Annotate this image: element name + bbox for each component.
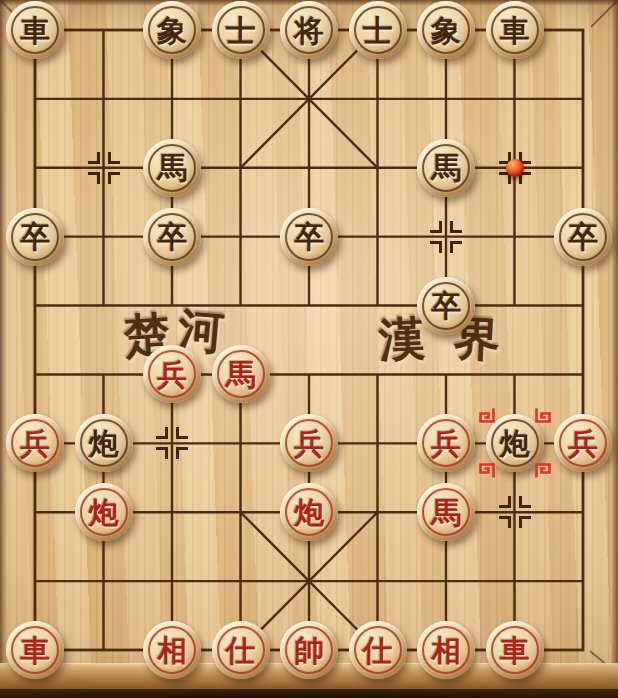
- piece-black-advisor-f1[interactable]: 士: [349, 1, 407, 59]
- selection-corner-ornament: [477, 406, 496, 425]
- piece-glyph: 兵: [294, 429, 324, 459]
- xiangqi-app: { "game": "xiangqi (Chinese chess)", "po…: [0, 0, 618, 698]
- piece-glyph: 将: [294, 16, 324, 46]
- piece-red-cannon-b8[interactable]: 炮: [75, 483, 133, 541]
- piece-black-horse-c3[interactable]: 馬: [143, 139, 201, 197]
- selection-corner-ornament: [533, 406, 552, 425]
- piece-red-chariot-h10[interactable]: 車: [486, 621, 544, 679]
- piece-glyph: 帥: [294, 636, 324, 666]
- piece-red-soldier-g7[interactable]: 兵: [417, 414, 475, 472]
- piece-red-horse-d6[interactable]: 馬: [212, 345, 270, 403]
- piece-black-soldier-c4[interactable]: 卒: [143, 208, 201, 266]
- piece-black-chariot-h1[interactable]: 車: [486, 1, 544, 59]
- piece-black-chariot-a1[interactable]: 車: [6, 1, 64, 59]
- piece-black-horse-g3[interactable]: 馬: [417, 139, 475, 197]
- position-marker-cross: [501, 498, 529, 526]
- position-marker-cross: [90, 154, 118, 182]
- piece-glyph: 象: [431, 16, 461, 46]
- piece-black-general-e1[interactable]: 将: [280, 1, 338, 59]
- piece-red-chariot-a10[interactable]: 車: [6, 621, 64, 679]
- piece-glyph: 炮: [89, 498, 119, 528]
- piece-glyph: 仕: [363, 636, 393, 666]
- piece-glyph: 相: [157, 636, 187, 666]
- piece-glyph: 士: [363, 16, 393, 46]
- piece-red-soldier-i7[interactable]: 兵: [554, 414, 612, 472]
- piece-red-soldier-a7[interactable]: 兵: [6, 414, 64, 472]
- piece-glyph: 士: [226, 16, 256, 46]
- piece-red-soldier-c6[interactable]: 兵: [143, 345, 201, 403]
- piece-glyph: 兵: [568, 429, 598, 459]
- piece-glyph: 卒: [294, 222, 324, 252]
- piece-red-advisor-d10[interactable]: 仕: [212, 621, 270, 679]
- piece-glyph: 象: [157, 16, 187, 46]
- piece-red-elephant-g10[interactable]: 相: [417, 621, 475, 679]
- piece-black-soldier-e4[interactable]: 卒: [280, 208, 338, 266]
- piece-glyph: 卒: [157, 222, 187, 252]
- piece-glyph: 卒: [568, 222, 598, 252]
- piece-glyph: 炮: [89, 429, 119, 459]
- piece-red-cannon-e8[interactable]: 炮: [280, 483, 338, 541]
- piece-black-elephant-g1[interactable]: 象: [417, 1, 475, 59]
- piece-glyph: 車: [20, 636, 50, 666]
- position-marker-cross: [158, 429, 186, 457]
- piece-glyph: 兵: [431, 429, 461, 459]
- xiangqi-board[interactable]: 楚 河 漢 界 車象士将士象車馬馬卒卒卒卒卒炮炮兵馬兵兵兵兵炮炮馬車相仕帥仕相車: [0, 0, 618, 698]
- board-bottom-shadow: [0, 689, 618, 698]
- piece-black-advisor-d1[interactable]: 士: [212, 1, 270, 59]
- piece-black-cannon-b7[interactable]: 炮: [75, 414, 133, 472]
- piece-red-horse-g8[interactable]: 馬: [417, 483, 475, 541]
- piece-glyph: 車: [500, 636, 530, 666]
- last-move-origin-dot: [506, 159, 524, 177]
- piece-glyph: 馬: [431, 153, 461, 183]
- piece-glyph: 兵: [20, 429, 50, 459]
- piece-glyph: 炮: [294, 498, 324, 528]
- piece-glyph: 相: [431, 636, 461, 666]
- piece-glyph: 炮: [500, 429, 530, 459]
- piece-red-elephant-c10[interactable]: 相: [143, 621, 201, 679]
- piece-glyph: 兵: [157, 360, 187, 390]
- piece-glyph: 馬: [157, 153, 187, 183]
- board-grid-lines: [0, 0, 618, 698]
- position-marker-cross: [432, 223, 460, 251]
- piece-glyph: 卒: [20, 222, 50, 252]
- piece-black-soldier-g5[interactable]: 卒: [417, 277, 475, 335]
- piece-red-soldier-e7[interactable]: 兵: [280, 414, 338, 472]
- piece-red-advisor-f10[interactable]: 仕: [349, 621, 407, 679]
- piece-glyph: 馬: [226, 360, 256, 390]
- selection-corner-ornament: [533, 462, 552, 481]
- piece-glyph: 仕: [226, 636, 256, 666]
- piece-black-soldier-a4[interactable]: 卒: [6, 208, 64, 266]
- piece-glyph: 卒: [431, 291, 461, 321]
- selection-corner-ornament: [477, 462, 496, 481]
- piece-glyph: 馬: [431, 498, 461, 528]
- piece-glyph: 車: [500, 16, 530, 46]
- piece-red-general-e10[interactable]: 帥: [280, 621, 338, 679]
- piece-black-soldier-i4[interactable]: 卒: [554, 208, 612, 266]
- piece-black-elephant-c1[interactable]: 象: [143, 1, 201, 59]
- piece-glyph: 車: [20, 16, 50, 46]
